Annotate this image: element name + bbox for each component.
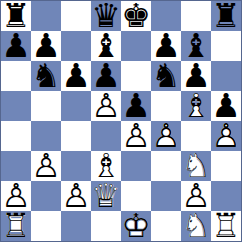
square-b6[interactable]: ♞ <box>31 61 61 91</box>
square-a2[interactable]: ♟♙ <box>1 181 31 211</box>
square-c4[interactable] <box>61 121 91 151</box>
piece-white-rook: ♜♖ <box>211 211 241 241</box>
square-d5[interactable]: ♟♙ <box>91 91 121 121</box>
square-e1[interactable]: ♚♔ <box>121 211 151 241</box>
square-c7[interactable] <box>61 31 91 61</box>
square-h1[interactable]: ♜♖ <box>211 211 241 241</box>
piece-black-pawn: ♟ <box>181 61 211 91</box>
square-g7[interactable]: ♝ <box>181 31 211 61</box>
piece-white-pawn: ♟♙ <box>1 181 31 211</box>
chess-board: ♜♛♚♜♟♟♝♟♝♞♟♟♞♟♟♙♟♝♗♟♟♙♟♙♟♙♟♙♝♗♞♘♟♙♟♙♛♕♟♙… <box>0 0 242 242</box>
square-b1[interactable] <box>31 211 61 241</box>
piece-black-queen: ♛ <box>91 1 121 31</box>
square-g6[interactable]: ♟ <box>181 61 211 91</box>
square-c1[interactable] <box>61 211 91 241</box>
piece-black-knight: ♞ <box>151 61 181 91</box>
piece-black-knight: ♞ <box>31 61 61 91</box>
square-b7[interactable]: ♟ <box>31 31 61 61</box>
piece-white-pawn: ♟♙ <box>61 181 91 211</box>
square-c5[interactable] <box>61 91 91 121</box>
square-a5[interactable] <box>1 91 31 121</box>
square-c8[interactable] <box>61 1 91 31</box>
square-d1[interactable] <box>91 211 121 241</box>
square-g3[interactable]: ♞♘ <box>181 151 211 181</box>
square-h6[interactable] <box>211 61 241 91</box>
square-b4[interactable] <box>31 121 61 151</box>
square-e5[interactable]: ♟ <box>121 91 151 121</box>
piece-black-pawn: ♟ <box>31 31 61 61</box>
square-a4[interactable] <box>1 121 31 151</box>
square-d4[interactable] <box>91 121 121 151</box>
square-h3[interactable] <box>211 151 241 181</box>
square-c2[interactable]: ♟♙ <box>61 181 91 211</box>
piece-white-pawn: ♟♙ <box>151 121 181 151</box>
square-b8[interactable] <box>31 1 61 31</box>
square-g8[interactable] <box>181 1 211 31</box>
square-f7[interactable]: ♟ <box>151 31 181 61</box>
square-f2[interactable] <box>151 181 181 211</box>
square-c6[interactable]: ♟ <box>61 61 91 91</box>
piece-black-pawn: ♟ <box>211 91 241 121</box>
square-h4[interactable]: ♟♙ <box>211 121 241 151</box>
square-h2[interactable] <box>211 181 241 211</box>
piece-black-rook: ♜ <box>211 1 241 31</box>
square-d2[interactable]: ♛♕ <box>91 181 121 211</box>
piece-black-king: ♚ <box>121 1 151 31</box>
square-g2[interactable]: ♟♙ <box>181 181 211 211</box>
square-e2[interactable] <box>121 181 151 211</box>
square-d6[interactable]: ♟ <box>91 61 121 91</box>
piece-white-pawn: ♟♙ <box>121 121 151 151</box>
square-f1[interactable] <box>151 211 181 241</box>
square-f8[interactable] <box>151 1 181 31</box>
square-e7[interactable] <box>121 31 151 61</box>
piece-white-queen: ♛♕ <box>91 181 121 211</box>
piece-white-bishop: ♝♗ <box>91 151 121 181</box>
piece-white-knight: ♞♘ <box>181 151 211 181</box>
square-a1[interactable]: ♜♖ <box>1 211 31 241</box>
square-a8[interactable]: ♜ <box>1 1 31 31</box>
square-g5[interactable]: ♝♗ <box>181 91 211 121</box>
piece-white-rook: ♜♖ <box>1 211 31 241</box>
square-b2[interactable] <box>31 181 61 211</box>
square-f3[interactable] <box>151 151 181 181</box>
piece-black-pawn: ♟ <box>91 61 121 91</box>
square-c3[interactable] <box>61 151 91 181</box>
square-g1[interactable]: ♞♘ <box>181 211 211 241</box>
square-h7[interactable] <box>211 31 241 61</box>
piece-black-pawn: ♟ <box>1 31 31 61</box>
square-e8[interactable]: ♚ <box>121 1 151 31</box>
piece-black-bishop: ♝ <box>181 31 211 61</box>
square-e3[interactable] <box>121 151 151 181</box>
square-h8[interactable]: ♜ <box>211 1 241 31</box>
piece-white-pawn: ♟♙ <box>211 121 241 151</box>
square-d3[interactable]: ♝♗ <box>91 151 121 181</box>
square-b5[interactable] <box>31 91 61 121</box>
piece-white-knight: ♞♘ <box>181 211 211 241</box>
square-h5[interactable]: ♟ <box>211 91 241 121</box>
square-e6[interactable] <box>121 61 151 91</box>
piece-white-pawn: ♟♙ <box>181 181 211 211</box>
square-d8[interactable]: ♛ <box>91 1 121 31</box>
piece-black-pawn: ♟ <box>121 91 151 121</box>
square-a6[interactable] <box>1 61 31 91</box>
square-d7[interactable]: ♝ <box>91 31 121 61</box>
square-g4[interactable] <box>181 121 211 151</box>
square-f6[interactable]: ♞ <box>151 61 181 91</box>
piece-black-rook: ♜ <box>1 1 31 31</box>
square-a7[interactable]: ♟ <box>1 31 31 61</box>
piece-black-pawn: ♟ <box>61 61 91 91</box>
piece-black-bishop: ♝ <box>91 31 121 61</box>
square-e4[interactable]: ♟♙ <box>121 121 151 151</box>
piece-white-king: ♚♔ <box>121 211 151 241</box>
piece-black-pawn: ♟ <box>151 31 181 61</box>
square-a3[interactable] <box>1 151 31 181</box>
square-f5[interactable] <box>151 91 181 121</box>
piece-white-pawn: ♟♙ <box>31 151 61 181</box>
piece-white-bishop: ♝♗ <box>181 91 211 121</box>
square-b3[interactable]: ♟♙ <box>31 151 61 181</box>
square-f4[interactable]: ♟♙ <box>151 121 181 151</box>
piece-white-pawn: ♟♙ <box>91 91 121 121</box>
